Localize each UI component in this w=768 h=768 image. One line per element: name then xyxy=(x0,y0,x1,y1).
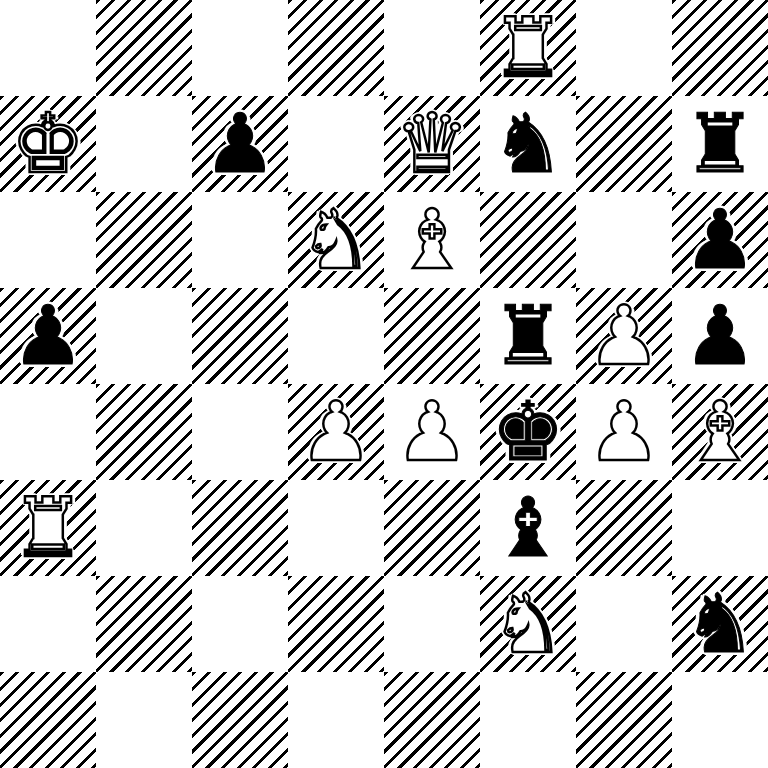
square-f2[interactable]: ♞ xyxy=(480,576,576,672)
square-f4[interactable]: ♚ xyxy=(480,384,576,480)
square-e3[interactable] xyxy=(384,480,480,576)
square-a2[interactable] xyxy=(0,576,96,672)
square-a1[interactable] xyxy=(0,672,96,768)
square-a7[interactable]: ♚ xyxy=(0,96,96,192)
piece-white-knight: ♞ xyxy=(480,576,576,672)
square-a6[interactable] xyxy=(0,192,96,288)
square-f3[interactable]: ♝ xyxy=(480,480,576,576)
square-a4[interactable] xyxy=(0,384,96,480)
piece-white-knight: ♞ xyxy=(288,192,384,288)
square-e5[interactable] xyxy=(384,288,480,384)
square-h2[interactable]: ♞ xyxy=(672,576,768,672)
piece-white-queen: ♛ xyxy=(384,96,480,192)
piece-black-pawn: ♟ xyxy=(672,192,768,288)
piece-black-king: ♚ xyxy=(480,384,576,480)
piece-black-pawn: ♟ xyxy=(192,96,288,192)
square-d7[interactable] xyxy=(288,96,384,192)
square-h6[interactable]: ♟ xyxy=(672,192,768,288)
square-h7[interactable]: ♜ xyxy=(672,96,768,192)
square-c4[interactable] xyxy=(192,384,288,480)
square-g8[interactable] xyxy=(576,0,672,96)
square-f7[interactable]: ♞ xyxy=(480,96,576,192)
piece-black-knight: ♞ xyxy=(672,576,768,672)
square-f5[interactable]: ♜ xyxy=(480,288,576,384)
square-b6[interactable] xyxy=(96,192,192,288)
piece-white-pawn: ♟ xyxy=(576,288,672,384)
piece-white-pawn: ♟ xyxy=(288,384,384,480)
piece-white-rook: ♜ xyxy=(480,0,576,96)
square-g2[interactable] xyxy=(576,576,672,672)
square-g6[interactable] xyxy=(576,192,672,288)
square-e2[interactable] xyxy=(384,576,480,672)
square-b1[interactable] xyxy=(96,672,192,768)
piece-black-pawn: ♟ xyxy=(672,288,768,384)
square-d4[interactable]: ♟ xyxy=(288,384,384,480)
square-b4[interactable] xyxy=(96,384,192,480)
piece-white-king: ♚ xyxy=(0,96,96,192)
square-e4[interactable]: ♟ xyxy=(384,384,480,480)
square-h1[interactable] xyxy=(672,672,768,768)
square-d3[interactable] xyxy=(288,480,384,576)
square-f8[interactable]: ♜ xyxy=(480,0,576,96)
square-d2[interactable] xyxy=(288,576,384,672)
piece-black-pawn: ♟ xyxy=(0,288,96,384)
square-e6[interactable]: ♝ xyxy=(384,192,480,288)
square-e7[interactable]: ♛ xyxy=(384,96,480,192)
piece-white-pawn: ♟ xyxy=(384,384,480,480)
square-h5[interactable]: ♟ xyxy=(672,288,768,384)
square-d6[interactable]: ♞ xyxy=(288,192,384,288)
chess-board: ♜♚♟♛♞♜♞♝♟♟♜♟♟♟♟♚♟♝♜♝♞♞ xyxy=(0,0,768,768)
square-h4[interactable]: ♝ xyxy=(672,384,768,480)
square-c3[interactable] xyxy=(192,480,288,576)
square-a3[interactable]: ♜ xyxy=(0,480,96,576)
piece-black-bishop: ♝ xyxy=(480,480,576,576)
square-b8[interactable] xyxy=(96,0,192,96)
square-h3[interactable] xyxy=(672,480,768,576)
square-e8[interactable] xyxy=(384,0,480,96)
square-c2[interactable] xyxy=(192,576,288,672)
piece-white-rook: ♜ xyxy=(0,480,96,576)
square-g3[interactable] xyxy=(576,480,672,576)
square-h8[interactable] xyxy=(672,0,768,96)
square-d5[interactable] xyxy=(288,288,384,384)
square-c1[interactable] xyxy=(192,672,288,768)
piece-black-rook: ♜ xyxy=(480,288,576,384)
square-c7[interactable]: ♟ xyxy=(192,96,288,192)
piece-white-bishop: ♝ xyxy=(672,384,768,480)
piece-white-pawn: ♟ xyxy=(576,384,672,480)
square-a5[interactable]: ♟ xyxy=(0,288,96,384)
square-c6[interactable] xyxy=(192,192,288,288)
square-g7[interactable] xyxy=(576,96,672,192)
square-e1[interactable] xyxy=(384,672,480,768)
square-g5[interactable]: ♟ xyxy=(576,288,672,384)
square-a8[interactable] xyxy=(0,0,96,96)
square-c5[interactable] xyxy=(192,288,288,384)
square-b5[interactable] xyxy=(96,288,192,384)
square-f1[interactable] xyxy=(480,672,576,768)
square-d8[interactable] xyxy=(288,0,384,96)
square-b3[interactable] xyxy=(96,480,192,576)
square-b7[interactable] xyxy=(96,96,192,192)
square-g1[interactable] xyxy=(576,672,672,768)
square-b2[interactable] xyxy=(96,576,192,672)
square-d1[interactable] xyxy=(288,672,384,768)
square-g4[interactable]: ♟ xyxy=(576,384,672,480)
square-f6[interactable] xyxy=(480,192,576,288)
piece-black-knight: ♞ xyxy=(480,96,576,192)
piece-white-bishop: ♝ xyxy=(384,192,480,288)
piece-black-rook: ♜ xyxy=(672,96,768,192)
square-c8[interactable] xyxy=(192,0,288,96)
